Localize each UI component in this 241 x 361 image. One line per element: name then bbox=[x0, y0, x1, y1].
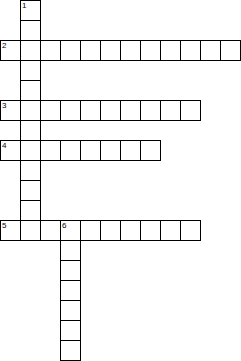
cell-r2c11[interactable] bbox=[220, 40, 241, 61]
cell-r17c3[interactable] bbox=[60, 340, 81, 361]
crossword-board: 123456 bbox=[0, 0, 241, 361]
cell-r5c5[interactable] bbox=[100, 100, 121, 121]
cell-r7c6[interactable] bbox=[120, 140, 141, 161]
cell-r2c4[interactable] bbox=[80, 40, 101, 61]
cell-r5c1[interactable] bbox=[20, 100, 41, 121]
cell-r3c1[interactable] bbox=[20, 60, 41, 81]
cell-r1c1[interactable] bbox=[20, 20, 41, 41]
cell-r11c5[interactable] bbox=[100, 220, 121, 241]
cell-r11c8[interactable] bbox=[160, 220, 181, 241]
clue-number: 6 bbox=[62, 221, 66, 230]
cell-r15c3[interactable] bbox=[60, 300, 81, 321]
cell-r5c4[interactable] bbox=[80, 100, 101, 121]
clue-number: 3 bbox=[2, 101, 6, 110]
cell-r11c7[interactable] bbox=[140, 220, 161, 241]
crossword-page: 123456 bbox=[0, 0, 241, 361]
cell-r5c9[interactable] bbox=[180, 100, 201, 121]
cell-r5c7[interactable] bbox=[140, 100, 161, 121]
cell-r2c0[interactable]: 2 bbox=[0, 40, 21, 61]
cell-r5c0[interactable]: 3 bbox=[0, 100, 21, 121]
cell-r12c3[interactable] bbox=[60, 240, 81, 261]
cell-r5c3[interactable] bbox=[60, 100, 81, 121]
cell-r6c1[interactable] bbox=[20, 120, 41, 141]
cell-r7c4[interactable] bbox=[80, 140, 101, 161]
cell-r7c3[interactable] bbox=[60, 140, 81, 161]
cell-r13c3[interactable] bbox=[60, 260, 81, 281]
cell-r4c1[interactable] bbox=[20, 80, 41, 101]
cell-r11c3[interactable]: 6 bbox=[60, 220, 81, 241]
cell-r11c9[interactable] bbox=[180, 220, 201, 241]
cell-r14c3[interactable] bbox=[60, 280, 81, 301]
cell-r7c2[interactable] bbox=[40, 140, 61, 161]
cell-r7c7[interactable] bbox=[140, 140, 161, 161]
cell-r7c5[interactable] bbox=[100, 140, 121, 161]
cell-r11c2[interactable] bbox=[40, 220, 61, 241]
cell-r2c5[interactable] bbox=[100, 40, 121, 61]
cell-r11c1[interactable] bbox=[20, 220, 41, 241]
cell-r5c8[interactable] bbox=[160, 100, 181, 121]
cell-r2c9[interactable] bbox=[180, 40, 201, 61]
cell-r7c0[interactable]: 4 bbox=[0, 140, 21, 161]
clue-number: 4 bbox=[2, 141, 6, 150]
cell-r0c1[interactable]: 1 bbox=[20, 0, 41, 21]
cell-r7c1[interactable] bbox=[20, 140, 41, 161]
cell-r2c7[interactable] bbox=[140, 40, 161, 61]
cell-r2c2[interactable] bbox=[40, 40, 61, 61]
cell-r5c2[interactable] bbox=[40, 100, 61, 121]
cell-r11c4[interactable] bbox=[80, 220, 101, 241]
cell-r5c6[interactable] bbox=[120, 100, 141, 121]
cell-r2c6[interactable] bbox=[120, 40, 141, 61]
cell-r2c1[interactable] bbox=[20, 40, 41, 61]
clue-number: 5 bbox=[2, 221, 6, 230]
cell-r16c3[interactable] bbox=[60, 320, 81, 341]
cell-r2c10[interactable] bbox=[200, 40, 221, 61]
clue-number: 2 bbox=[2, 41, 6, 50]
clue-number: 1 bbox=[22, 1, 26, 10]
cell-r9c1[interactable] bbox=[20, 180, 41, 201]
cell-r10c1[interactable] bbox=[20, 200, 41, 221]
cell-r8c1[interactable] bbox=[20, 160, 41, 181]
cell-r2c3[interactable] bbox=[60, 40, 81, 61]
cell-r2c8[interactable] bbox=[160, 40, 181, 61]
cell-r11c0[interactable]: 5 bbox=[0, 220, 21, 241]
cell-r11c6[interactable] bbox=[120, 220, 141, 241]
